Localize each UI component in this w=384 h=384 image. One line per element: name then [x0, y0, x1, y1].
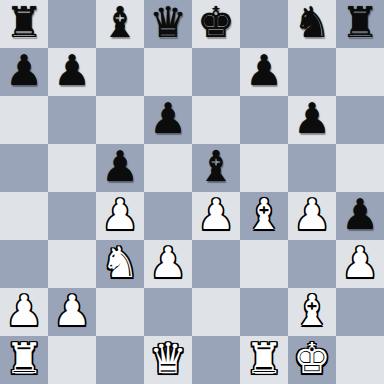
square-c2[interactable] [96, 288, 144, 336]
chess-board: ♜♝♛♚♞♜♟♟♟♟♟♟♝♟♟♝♟♟♞♟♟♟♟♝♜♛♜♚ [0, 0, 384, 384]
square-g2[interactable]: ♝ [288, 288, 336, 336]
square-h1[interactable] [336, 336, 384, 384]
square-a5[interactable] [0, 144, 48, 192]
square-e1[interactable] [192, 336, 240, 384]
black-knight[interactable]: ♞ [293, 0, 331, 47]
square-h5[interactable] [336, 144, 384, 192]
white-rook[interactable]: ♜ [245, 335, 283, 383]
white-pawn[interactable]: ♟ [293, 191, 331, 239]
square-h3[interactable]: ♟ [336, 240, 384, 288]
square-c1[interactable] [96, 336, 144, 384]
square-g8[interactable]: ♞ [288, 0, 336, 48]
square-g5[interactable] [288, 144, 336, 192]
square-c3[interactable]: ♞ [96, 240, 144, 288]
white-king[interactable]: ♚ [293, 335, 331, 383]
black-pawn[interactable]: ♟ [293, 95, 331, 143]
white-bishop[interactable]: ♝ [293, 287, 331, 335]
square-g4[interactable]: ♟ [288, 192, 336, 240]
square-a1[interactable]: ♜ [0, 336, 48, 384]
square-h8[interactable]: ♜ [336, 0, 384, 48]
black-pawn[interactable]: ♟ [341, 191, 379, 239]
square-f3[interactable] [240, 240, 288, 288]
white-pawn[interactable]: ♟ [197, 191, 235, 239]
square-f2[interactable] [240, 288, 288, 336]
square-c6[interactable] [96, 96, 144, 144]
square-c5[interactable]: ♟ [96, 144, 144, 192]
square-e6[interactable] [192, 96, 240, 144]
square-d8[interactable]: ♛ [144, 0, 192, 48]
black-pawn[interactable]: ♟ [53, 47, 91, 95]
square-f7[interactable]: ♟ [240, 48, 288, 96]
square-b5[interactable] [48, 144, 96, 192]
black-pawn[interactable]: ♟ [101, 143, 139, 191]
white-pawn[interactable]: ♟ [149, 239, 187, 287]
square-a4[interactable] [0, 192, 48, 240]
square-a6[interactable] [0, 96, 48, 144]
square-d5[interactable] [144, 144, 192, 192]
square-a3[interactable] [0, 240, 48, 288]
white-knight[interactable]: ♞ [101, 239, 139, 287]
square-h6[interactable] [336, 96, 384, 144]
square-h2[interactable] [336, 288, 384, 336]
square-b1[interactable] [48, 336, 96, 384]
square-g1[interactable]: ♚ [288, 336, 336, 384]
square-e5[interactable]: ♝ [192, 144, 240, 192]
black-pawn[interactable]: ♟ [149, 95, 187, 143]
square-h7[interactable] [336, 48, 384, 96]
square-d3[interactable]: ♟ [144, 240, 192, 288]
square-b6[interactable] [48, 96, 96, 144]
square-c4[interactable]: ♟ [96, 192, 144, 240]
black-pawn[interactable]: ♟ [5, 47, 43, 95]
black-bishop[interactable]: ♝ [101, 0, 139, 47]
square-b8[interactable] [48, 0, 96, 48]
square-f1[interactable]: ♜ [240, 336, 288, 384]
square-f5[interactable] [240, 144, 288, 192]
square-a8[interactable]: ♜ [0, 0, 48, 48]
square-d7[interactable] [144, 48, 192, 96]
square-f6[interactable] [240, 96, 288, 144]
square-b2[interactable]: ♟ [48, 288, 96, 336]
black-king[interactable]: ♚ [197, 0, 235, 47]
square-d2[interactable] [144, 288, 192, 336]
square-b4[interactable] [48, 192, 96, 240]
square-f8[interactable] [240, 0, 288, 48]
square-e2[interactable] [192, 288, 240, 336]
square-b3[interactable] [48, 240, 96, 288]
square-b7[interactable]: ♟ [48, 48, 96, 96]
white-rook[interactable]: ♜ [5, 335, 43, 383]
black-bishop[interactable]: ♝ [197, 143, 235, 191]
square-d4[interactable] [144, 192, 192, 240]
square-c7[interactable] [96, 48, 144, 96]
square-f4[interactable]: ♝ [240, 192, 288, 240]
square-e3[interactable] [192, 240, 240, 288]
square-d6[interactable]: ♟ [144, 96, 192, 144]
white-pawn[interactable]: ♟ [53, 287, 91, 335]
square-g7[interactable] [288, 48, 336, 96]
white-queen[interactable]: ♛ [149, 335, 187, 383]
white-pawn[interactable]: ♟ [5, 287, 43, 335]
square-e4[interactable]: ♟ [192, 192, 240, 240]
white-pawn[interactable]: ♟ [101, 191, 139, 239]
white-bishop[interactable]: ♝ [245, 191, 283, 239]
black-rook[interactable]: ♜ [5, 0, 43, 47]
square-e8[interactable]: ♚ [192, 0, 240, 48]
square-d1[interactable]: ♛ [144, 336, 192, 384]
square-a7[interactable]: ♟ [0, 48, 48, 96]
square-a2[interactable]: ♟ [0, 288, 48, 336]
square-g3[interactable] [288, 240, 336, 288]
black-rook[interactable]: ♜ [341, 0, 379, 47]
black-pawn[interactable]: ♟ [245, 47, 283, 95]
square-g6[interactable]: ♟ [288, 96, 336, 144]
square-c8[interactable]: ♝ [96, 0, 144, 48]
square-h4[interactable]: ♟ [336, 192, 384, 240]
white-pawn[interactable]: ♟ [341, 239, 379, 287]
black-queen[interactable]: ♛ [149, 0, 187, 47]
square-e7[interactable] [192, 48, 240, 96]
